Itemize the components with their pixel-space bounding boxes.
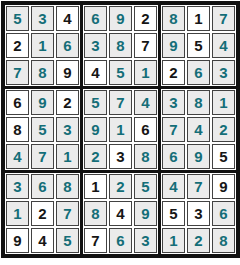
box-4: 692853471 bbox=[5, 89, 80, 170]
cell-r3c8[interactable]: 6 bbox=[187, 60, 210, 85]
cell-r5c4[interactable]: 9 bbox=[84, 117, 107, 142]
cell-r4c3[interactable]: 2 bbox=[56, 90, 79, 115]
cell-r6c3[interactable]: 1 bbox=[56, 144, 79, 169]
cell-r7c4[interactable]: 1 bbox=[84, 174, 107, 199]
cell-r3c1[interactable]: 7 bbox=[6, 60, 29, 85]
cell-r2c5[interactable]: 8 bbox=[109, 33, 132, 58]
cell-r6c1[interactable]: 4 bbox=[6, 144, 29, 169]
cell-r8c6[interactable]: 9 bbox=[134, 201, 157, 226]
cell-r2c6[interactable]: 7 bbox=[134, 33, 157, 58]
box-5: 574916238 bbox=[83, 89, 158, 170]
cell-r1c3[interactable]: 4 bbox=[56, 6, 79, 31]
cell-r6c9[interactable]: 5 bbox=[212, 144, 235, 169]
cell-r4c2[interactable]: 9 bbox=[31, 90, 54, 115]
cell-r5c5[interactable]: 1 bbox=[109, 117, 132, 142]
cell-r1c7[interactable]: 8 bbox=[162, 6, 185, 31]
cell-r1c6[interactable]: 2 bbox=[134, 6, 157, 31]
cell-r6c7[interactable]: 6 bbox=[162, 144, 185, 169]
cell-r9c6[interactable]: 3 bbox=[134, 228, 157, 253]
cell-r6c5[interactable]: 3 bbox=[109, 144, 132, 169]
cell-r3c4[interactable]: 4 bbox=[84, 60, 107, 85]
cell-r7c7[interactable]: 4 bbox=[162, 174, 185, 199]
cell-r1c8[interactable]: 1 bbox=[187, 6, 210, 31]
cell-r2c8[interactable]: 5 bbox=[187, 33, 210, 58]
cell-r4c6[interactable]: 4 bbox=[134, 90, 157, 115]
cell-r7c6[interactable]: 5 bbox=[134, 174, 157, 199]
cell-r8c5[interactable]: 4 bbox=[109, 201, 132, 226]
cell-r2c4[interactable]: 3 bbox=[84, 33, 107, 58]
cell-r8c7[interactable]: 5 bbox=[162, 201, 185, 226]
cell-r8c3[interactable]: 7 bbox=[56, 201, 79, 226]
cell-r3c6[interactable]: 1 bbox=[134, 60, 157, 85]
cell-r2c9[interactable]: 4 bbox=[212, 33, 235, 58]
cell-r4c9[interactable]: 1 bbox=[212, 90, 235, 115]
box-2: 692387451 bbox=[83, 5, 158, 86]
cell-r7c5[interactable]: 2 bbox=[109, 174, 132, 199]
cell-r1c1[interactable]: 5 bbox=[6, 6, 29, 31]
cell-r8c9[interactable]: 6 bbox=[212, 201, 235, 226]
box-1: 534216789 bbox=[5, 5, 80, 86]
cell-r8c2[interactable]: 2 bbox=[31, 201, 54, 226]
cell-r3c5[interactable]: 5 bbox=[109, 60, 132, 85]
box-6: 381742695 bbox=[161, 89, 236, 170]
cell-r7c3[interactable]: 8 bbox=[56, 174, 79, 199]
cell-r5c3[interactable]: 3 bbox=[56, 117, 79, 142]
cell-r9c5[interactable]: 6 bbox=[109, 228, 132, 253]
box-8: 125849763 bbox=[83, 173, 158, 254]
cell-r1c5[interactable]: 9 bbox=[109, 6, 132, 31]
cell-r2c2[interactable]: 1 bbox=[31, 33, 54, 58]
cell-r5c1[interactable]: 8 bbox=[6, 117, 29, 142]
cell-r8c8[interactable]: 3 bbox=[187, 201, 210, 226]
cell-r4c8[interactable]: 8 bbox=[187, 90, 210, 115]
cell-r8c4[interactable]: 8 bbox=[84, 201, 107, 226]
cell-r9c7[interactable]: 1 bbox=[162, 228, 185, 253]
cell-r3c9[interactable]: 3 bbox=[212, 60, 235, 85]
box-3: 817954263 bbox=[161, 5, 236, 86]
cell-r5c2[interactable]: 5 bbox=[31, 117, 54, 142]
cell-r6c6[interactable]: 8 bbox=[134, 144, 157, 169]
cell-r9c1[interactable]: 9 bbox=[6, 228, 29, 253]
cell-r4c5[interactable]: 7 bbox=[109, 90, 132, 115]
cell-r9c8[interactable]: 2 bbox=[187, 228, 210, 253]
cell-r9c4[interactable]: 7 bbox=[84, 228, 107, 253]
sudoku-board: 5342167896923874518179542636928534715749… bbox=[1, 1, 240, 258]
cell-r7c2[interactable]: 6 bbox=[31, 174, 54, 199]
cell-r3c3[interactable]: 9 bbox=[56, 60, 79, 85]
cell-r5c7[interactable]: 7 bbox=[162, 117, 185, 142]
box-9: 479536128 bbox=[161, 173, 236, 254]
box-7: 368127945 bbox=[5, 173, 80, 254]
cell-r3c2[interactable]: 8 bbox=[31, 60, 54, 85]
cell-r2c3[interactable]: 6 bbox=[56, 33, 79, 58]
cell-r8c1[interactable]: 1 bbox=[6, 201, 29, 226]
cell-r9c3[interactable]: 5 bbox=[56, 228, 79, 253]
cell-r9c9[interactable]: 8 bbox=[212, 228, 235, 253]
cell-r2c7[interactable]: 9 bbox=[162, 33, 185, 58]
cell-r7c8[interactable]: 7 bbox=[187, 174, 210, 199]
cell-r5c8[interactable]: 4 bbox=[187, 117, 210, 142]
cell-r7c9[interactable]: 9 bbox=[212, 174, 235, 199]
cell-r5c9[interactable]: 2 bbox=[212, 117, 235, 142]
cell-r9c2[interactable]: 4 bbox=[31, 228, 54, 253]
cell-r5c6[interactable]: 6 bbox=[134, 117, 157, 142]
cell-r4c1[interactable]: 6 bbox=[6, 90, 29, 115]
cell-r6c8[interactable]: 9 bbox=[187, 144, 210, 169]
cell-r6c4[interactable]: 2 bbox=[84, 144, 107, 169]
cell-r7c1[interactable]: 3 bbox=[6, 174, 29, 199]
cell-r3c7[interactable]: 2 bbox=[162, 60, 185, 85]
cell-r1c9[interactable]: 7 bbox=[212, 6, 235, 31]
cell-r1c2[interactable]: 3 bbox=[31, 6, 54, 31]
cell-r6c2[interactable]: 7 bbox=[31, 144, 54, 169]
cell-r2c1[interactable]: 2 bbox=[6, 33, 29, 58]
cell-r4c7[interactable]: 3 bbox=[162, 90, 185, 115]
cell-r1c4[interactable]: 6 bbox=[84, 6, 107, 31]
cell-r4c4[interactable]: 5 bbox=[84, 90, 107, 115]
